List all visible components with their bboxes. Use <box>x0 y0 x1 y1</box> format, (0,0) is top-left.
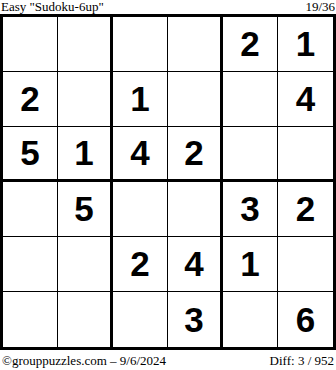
cell-r2c1[interactable]: 2 <box>3 72 58 127</box>
cell-r2c3[interactable]: 1 <box>113 72 168 127</box>
cell-r1c5[interactable]: 2 <box>223 17 278 72</box>
cell-r5c4[interactable]: 4 <box>168 237 223 292</box>
cell-r1c3[interactable] <box>113 17 168 72</box>
cell-r3c2[interactable]: 1 <box>58 127 113 182</box>
cell-r3c5[interactable] <box>223 127 278 182</box>
puzzle-page: Easy "Sudoku-6up" 19/36 2121451425322413… <box>0 0 336 370</box>
cell-r6c4[interactable]: 3 <box>168 292 223 347</box>
cell-r4c2[interactable]: 5 <box>58 182 113 237</box>
cell-r4c5[interactable]: 3 <box>223 182 278 237</box>
cell-r2c6[interactable]: 4 <box>278 72 333 127</box>
cell-r5c3[interactable]: 2 <box>113 237 168 292</box>
footer: ©grouppuzzles.com – 9/6/2024 Diff: 3 / 9… <box>0 350 336 370</box>
cell-r4c1[interactable] <box>3 182 58 237</box>
cell-r6c1[interactable] <box>3 292 58 347</box>
cell-r6c5[interactable] <box>223 292 278 347</box>
cell-r4c3[interactable] <box>113 182 168 237</box>
cell-r6c2[interactable] <box>58 292 113 347</box>
cell-r3c6[interactable] <box>278 127 333 182</box>
sudoku-board: 21214514253224136 <box>0 14 336 350</box>
cell-r1c1[interactable] <box>3 17 58 72</box>
header: Easy "Sudoku-6up" 19/36 <box>0 0 336 14</box>
credit-text: ©grouppuzzles.com – 9/6/2024 <box>2 353 166 369</box>
cell-r1c6[interactable]: 1 <box>278 17 333 72</box>
cell-r5c5[interactable]: 1 <box>223 237 278 292</box>
cell-r6c6[interactable]: 6 <box>278 292 333 347</box>
cell-r5c1[interactable] <box>3 237 58 292</box>
cell-r2c5[interactable] <box>223 72 278 127</box>
cell-r3c4[interactable]: 2 <box>168 127 223 182</box>
cell-r2c2[interactable] <box>58 72 113 127</box>
cell-r4c6[interactable]: 2 <box>278 182 333 237</box>
cell-r4c4[interactable] <box>168 182 223 237</box>
cell-r3c1[interactable]: 5 <box>3 127 58 182</box>
cell-r3c3[interactable]: 4 <box>113 127 168 182</box>
cell-r5c6[interactable] <box>278 237 333 292</box>
difficulty-text: Diff: 3 / 952 <box>270 353 334 369</box>
cell-r1c4[interactable] <box>168 17 223 72</box>
cell-r1c2[interactable] <box>58 17 113 72</box>
clue-counter: 19/36 <box>305 0 335 13</box>
cell-r2c4[interactable] <box>168 72 223 127</box>
page-title: Easy "Sudoku-6up" <box>1 0 104 13</box>
cell-r6c3[interactable] <box>113 292 168 347</box>
cell-r5c2[interactable] <box>58 237 113 292</box>
